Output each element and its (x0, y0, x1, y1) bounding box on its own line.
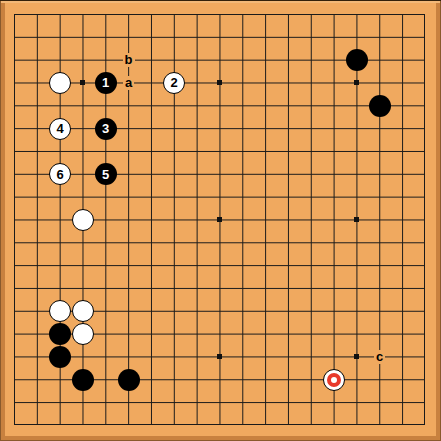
black-stone (49, 323, 71, 345)
black-stone (72, 369, 94, 391)
white-stone (49, 300, 71, 322)
white-stone-move-2: 2 (163, 72, 185, 94)
black-stone-move-5: 5 (95, 163, 117, 185)
star-point (354, 217, 359, 222)
white-stone-move-6: 6 (49, 163, 71, 185)
black-stone (118, 369, 140, 391)
star-point (217, 217, 222, 222)
white-stone (49, 72, 71, 94)
red-circle-marker (327, 373, 341, 387)
star-point (217, 354, 222, 359)
go-board: 124365bac (0, 0, 441, 441)
black-stone-move-1: 1 (95, 72, 117, 94)
black-stone (346, 49, 368, 71)
star-point (354, 354, 359, 359)
star-point (80, 80, 85, 85)
white-stone (72, 209, 94, 231)
star-point (354, 80, 359, 85)
black-stone-move-3: 3 (95, 118, 117, 140)
white-stone-move-4: 4 (49, 118, 71, 140)
white-stone (72, 323, 94, 345)
white-stone (323, 369, 345, 391)
point-label-c: c (374, 350, 385, 364)
white-stone (72, 300, 94, 322)
star-point (217, 80, 222, 85)
point-label-a: a (123, 76, 134, 90)
black-stone (369, 95, 391, 117)
point-label-b: b (123, 53, 135, 67)
goban-intersections: 124365bac (3, 3, 437, 437)
black-stone (49, 346, 71, 368)
